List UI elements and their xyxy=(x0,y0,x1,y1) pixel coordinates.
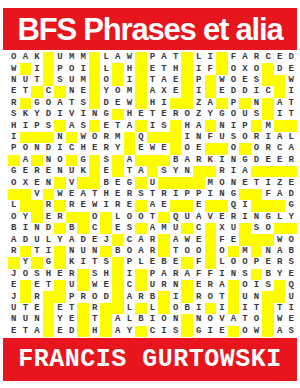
letter-cell: P xyxy=(193,189,205,200)
highlight-cell xyxy=(124,132,136,143)
letter-cell: Z xyxy=(193,109,205,120)
letter-cell: F xyxy=(228,52,240,63)
letter-cell: N xyxy=(31,143,43,154)
highlight-cell xyxy=(54,177,66,188)
highlight-cell xyxy=(205,75,217,86)
highlight-cell xyxy=(274,75,286,86)
letter-cell: T xyxy=(147,212,159,223)
letter-cell: E xyxy=(147,63,159,74)
highlight-cell xyxy=(66,132,78,143)
highlight-cell xyxy=(100,314,112,325)
highlight-cell xyxy=(43,63,55,74)
letter-cell: Z xyxy=(193,98,205,109)
highlight-cell xyxy=(124,143,136,154)
highlight-cell xyxy=(89,52,101,63)
letter-cell: S xyxy=(251,75,263,86)
letter-cell: L xyxy=(124,314,136,325)
letter-cell: J xyxy=(8,269,20,280)
letter-cell: I xyxy=(205,52,217,63)
letter-cell: A xyxy=(20,155,32,166)
letter-cell: I xyxy=(239,200,251,211)
letter-cell: M xyxy=(239,246,251,257)
letter-cell: T xyxy=(239,314,251,325)
letter-cell: I xyxy=(181,132,193,143)
letter-cell: N xyxy=(170,314,182,325)
letter-cell: O xyxy=(262,223,274,234)
letter-cell: G xyxy=(239,155,251,166)
letter-cell: G xyxy=(228,189,240,200)
letter-cell: S xyxy=(285,326,297,337)
highlight-cell xyxy=(262,98,274,109)
highlight-cell xyxy=(170,120,182,131)
highlight-cell xyxy=(216,63,228,74)
letter-cell: G xyxy=(124,177,136,188)
letter-cell: N xyxy=(216,189,228,200)
letter-cell: D xyxy=(239,86,251,97)
highlight-cell xyxy=(54,86,66,97)
letter-cell: E xyxy=(20,166,32,177)
letter-cell: I xyxy=(193,86,205,97)
highlight-cell xyxy=(147,132,159,143)
highlight-cell xyxy=(112,63,124,74)
letter-cell: E xyxy=(77,86,89,97)
letter-cell: A xyxy=(158,269,170,280)
highlight-cell xyxy=(20,132,32,143)
letter-cell: W xyxy=(274,314,286,325)
highlight-cell xyxy=(135,280,147,291)
letter-cell: N xyxy=(8,75,20,86)
letter-cell: I xyxy=(262,177,274,188)
letter-cell: B xyxy=(262,269,274,280)
highlight-cell xyxy=(135,155,147,166)
letter-cell: N xyxy=(54,166,66,177)
highlight-cell xyxy=(262,75,274,86)
highlight-cell xyxy=(112,155,124,166)
letter-cell: U xyxy=(20,314,32,325)
highlight-cell xyxy=(228,246,240,257)
letter-cell: C xyxy=(274,143,286,154)
highlight-cell xyxy=(262,303,274,314)
letter-cell: C xyxy=(124,234,136,245)
letter-cell: O xyxy=(170,303,182,314)
letter-cell: W xyxy=(54,189,66,200)
letter-cell: S xyxy=(228,132,240,143)
highlight-cell xyxy=(135,120,147,131)
letter-cell: T xyxy=(274,303,286,314)
letter-cell: R xyxy=(193,291,205,302)
letter-cell: B xyxy=(285,246,297,257)
letter-cell: Q xyxy=(228,200,240,211)
letter-cell: I xyxy=(216,303,228,314)
letter-cell: E xyxy=(158,143,170,154)
letter-cell: P xyxy=(124,257,136,268)
letter-cell: T xyxy=(112,120,124,131)
letter-cell: A xyxy=(170,234,182,245)
highlight-cell xyxy=(43,75,55,86)
letter-cell: G xyxy=(285,200,297,211)
letter-cell: U xyxy=(228,223,240,234)
letter-cell: E xyxy=(216,326,228,337)
letter-cell: W xyxy=(89,280,101,291)
highlight-cell xyxy=(43,314,55,325)
highlight-cell xyxy=(100,246,112,257)
highlight-cell xyxy=(31,155,43,166)
letter-cell: I xyxy=(251,86,263,97)
letter-cell: U xyxy=(66,75,78,86)
highlight-cell xyxy=(285,166,297,177)
letter-cell: H xyxy=(8,120,20,131)
letter-cell: O xyxy=(181,109,193,120)
highlight-cell xyxy=(43,291,55,302)
letter-cell: D xyxy=(66,326,78,337)
letter-cell: S xyxy=(158,120,170,131)
highlight-cell xyxy=(181,280,193,291)
letter-cell: V xyxy=(205,212,217,223)
highlight-cell xyxy=(89,98,101,109)
letter-cell: I xyxy=(228,120,240,131)
letter-cell: E xyxy=(135,109,147,120)
letter-cell: O xyxy=(205,291,217,302)
author-banner: FRANCIS GURTOWSKI xyxy=(3,338,297,381)
letter-cell: I xyxy=(216,155,228,166)
letter-cell: A xyxy=(274,326,286,337)
letter-cell: N xyxy=(66,246,78,257)
letter-cell: B xyxy=(100,177,112,188)
letter-cell: L xyxy=(100,63,112,74)
letter-cell: W xyxy=(8,63,20,74)
letter-cell: I xyxy=(54,143,66,154)
highlight-cell xyxy=(135,52,147,63)
highlight-cell xyxy=(89,120,101,131)
letter-cell: H xyxy=(170,63,182,74)
letter-cell: T xyxy=(251,303,263,314)
letter-cell: O xyxy=(124,246,136,257)
highlight-cell xyxy=(228,303,240,314)
letter-cell: N xyxy=(31,314,43,325)
highlight-cell xyxy=(43,189,55,200)
highlight-cell xyxy=(112,280,124,291)
letter-cell: C xyxy=(43,86,55,97)
letter-cell: S xyxy=(77,120,89,131)
highlight-cell xyxy=(8,257,20,268)
letter-cell: S xyxy=(8,109,20,120)
letter-cell: E xyxy=(274,155,286,166)
highlight-cell xyxy=(262,291,274,302)
letter-cell: T xyxy=(170,52,182,63)
letter-cell: T xyxy=(285,109,297,120)
letter-cell: U xyxy=(181,212,193,223)
letter-cell: H xyxy=(124,63,136,74)
highlight-cell xyxy=(181,257,193,268)
letter-cell: E xyxy=(43,212,55,223)
letter-cell: E xyxy=(112,177,124,188)
letter-cell: A xyxy=(124,120,136,131)
highlight-cell xyxy=(228,326,240,337)
letter-cell: U xyxy=(66,280,78,291)
highlight-cell xyxy=(239,98,251,109)
letter-cell: T xyxy=(147,109,159,120)
letter-cell: U xyxy=(20,75,32,86)
letter-cell: F xyxy=(193,257,205,268)
letter-cell: O xyxy=(135,212,147,223)
highlight-cell xyxy=(43,326,55,337)
letter-cell: O xyxy=(8,52,20,63)
letter-cell: R xyxy=(216,166,228,177)
highlight-cell xyxy=(158,177,170,188)
letter-cell: O xyxy=(251,314,263,325)
letter-cell: R xyxy=(251,132,263,143)
letter-cell: T xyxy=(31,75,43,86)
letter-cell: R xyxy=(262,143,274,154)
letter-cell: H xyxy=(77,143,89,154)
highlight-cell xyxy=(8,189,20,200)
letter-cell: T xyxy=(20,86,32,97)
highlight-cell xyxy=(20,189,32,200)
letter-cell: A xyxy=(274,246,286,257)
letter-cell: T xyxy=(31,246,43,257)
highlight-cell xyxy=(205,120,217,131)
letter-cell: I xyxy=(285,86,297,97)
highlight-cell xyxy=(181,223,193,234)
letter-cell: A xyxy=(239,52,251,63)
letter-cell: L xyxy=(285,132,297,143)
title-banner: BFS Phrases et alia xyxy=(3,8,297,50)
letter-cell: O xyxy=(228,143,240,154)
letter-cell: O xyxy=(66,63,78,74)
letter-cell: M xyxy=(112,132,124,143)
letter-cell: W xyxy=(251,326,263,337)
highlight-cell xyxy=(135,326,147,337)
highlight-cell xyxy=(205,223,217,234)
letter-cell: O xyxy=(239,132,251,143)
highlight-cell xyxy=(216,200,228,211)
letter-cell: C xyxy=(66,143,78,154)
highlight-cell xyxy=(31,86,43,97)
letter-cell: D xyxy=(100,291,112,302)
highlight-cell xyxy=(170,177,182,188)
highlight-cell xyxy=(147,166,159,177)
letter-cell: S xyxy=(239,269,251,280)
letter-cell: T xyxy=(158,63,170,74)
letter-cell: W xyxy=(274,234,286,245)
letter-cell: N xyxy=(43,177,55,188)
letter-cell: T xyxy=(147,75,159,86)
letter-cell: B xyxy=(8,223,20,234)
highlight-cell xyxy=(89,86,101,97)
highlight-cell xyxy=(100,303,112,314)
letter-cell: I xyxy=(100,200,112,211)
letter-cell: L xyxy=(100,52,112,63)
letter-cell: R xyxy=(31,291,43,302)
letter-cell: A xyxy=(135,246,147,257)
highlight-cell xyxy=(89,63,101,74)
letter-cell: A xyxy=(8,234,20,245)
author-name: FRANCIS GURTOWSKI xyxy=(18,347,282,372)
letter-cell: D xyxy=(274,63,286,74)
highlight-cell xyxy=(112,234,124,245)
letter-cell: K xyxy=(20,109,32,120)
letter-cell: A xyxy=(54,98,66,109)
letter-cell: E xyxy=(285,177,297,188)
letter-cell: R xyxy=(77,291,89,302)
highlight-cell xyxy=(205,257,217,268)
highlight-cell xyxy=(158,303,170,314)
letter-cell: L xyxy=(147,303,159,314)
letter-cell: F xyxy=(262,189,274,200)
letter-cell: O xyxy=(239,326,251,337)
highlight-cell xyxy=(205,143,217,154)
letter-cell: A xyxy=(181,269,193,280)
letter-cell: E xyxy=(77,200,89,211)
highlight-cell xyxy=(8,155,20,166)
letter-cell: E xyxy=(285,63,297,74)
letter-cell: D xyxy=(43,109,55,120)
highlight-cell xyxy=(274,280,286,291)
letter-cell: R xyxy=(285,155,297,166)
letter-cell: E xyxy=(8,280,20,291)
letter-cell: N xyxy=(43,155,55,166)
letter-cell: I xyxy=(8,132,20,143)
highlight-cell xyxy=(31,200,43,211)
letter-cell: A xyxy=(135,166,147,177)
letter-cell: E xyxy=(54,269,66,280)
letter-cell: A xyxy=(239,166,251,177)
highlight-cell xyxy=(147,155,159,166)
letter-cell: P xyxy=(54,63,66,74)
highlight-cell xyxy=(251,234,263,245)
highlight-cell xyxy=(54,246,66,257)
letter-cell: N xyxy=(251,212,263,223)
letter-cell: R xyxy=(124,189,136,200)
letter-cell: A xyxy=(20,52,32,63)
highlight-cell xyxy=(158,155,170,166)
letter-cell: Z xyxy=(274,177,286,188)
letter-cell: E xyxy=(239,75,251,86)
letter-cell: A xyxy=(193,212,205,223)
letter-cell: V xyxy=(66,177,78,188)
letter-cell: I xyxy=(20,223,32,234)
letter-cell: E xyxy=(158,200,170,211)
highlight-cell xyxy=(205,200,217,211)
letter-cell: E xyxy=(170,257,182,268)
letter-cell: T xyxy=(20,303,32,314)
letter-cell: U xyxy=(285,291,297,302)
letter-cell: E xyxy=(100,280,112,291)
highlight-cell xyxy=(205,303,217,314)
letter-cell: R xyxy=(158,189,170,200)
letter-cell: S xyxy=(285,257,297,268)
letter-cell: B xyxy=(158,257,170,268)
letter-cell: E xyxy=(31,303,43,314)
letter-cell: Q xyxy=(170,212,182,223)
letter-cell: T xyxy=(43,280,55,291)
letter-cell: I xyxy=(124,269,136,280)
letter-cell: D xyxy=(251,155,263,166)
highlight-cell xyxy=(181,52,193,63)
highlight-cell xyxy=(135,63,147,74)
highlight-cell xyxy=(89,155,101,166)
letter-cell: O xyxy=(43,98,55,109)
highlight-cell xyxy=(239,189,251,200)
letter-cell: T xyxy=(66,98,78,109)
letter-cell: R xyxy=(66,269,78,280)
letter-cell: O xyxy=(251,143,263,154)
letter-cell: O xyxy=(228,63,240,74)
highlight-cell xyxy=(77,212,89,223)
letter-cell: A xyxy=(77,189,89,200)
letter-cell: R xyxy=(31,166,43,177)
letter-cell: T xyxy=(251,177,263,188)
letter-cell: A xyxy=(205,98,217,109)
letter-cell: A xyxy=(274,132,286,143)
letter-cell: U xyxy=(147,280,159,291)
letter-cell: O xyxy=(89,132,101,143)
highlight-cell xyxy=(54,223,66,234)
letter-cell: U xyxy=(239,291,251,302)
letter-cell: Y xyxy=(31,109,43,120)
letter-cell: M xyxy=(77,52,89,63)
letter-cell: I xyxy=(158,98,170,109)
letter-cell: O xyxy=(181,246,193,257)
letter-cell: H xyxy=(147,98,159,109)
letter-cell: L xyxy=(135,257,147,268)
letter-cell: A xyxy=(66,120,78,131)
letter-cell: E xyxy=(66,189,78,200)
highlight-cell xyxy=(158,234,170,245)
letter-cell: C xyxy=(124,280,136,291)
letter-cell: A xyxy=(135,234,147,245)
highlight-cell xyxy=(170,98,182,109)
letter-cell: O xyxy=(89,212,101,223)
letter-cell: E xyxy=(31,280,43,291)
letter-cell: U xyxy=(147,177,159,188)
letter-cell: H xyxy=(89,326,101,337)
letter-cell: P xyxy=(228,98,240,109)
letter-cell: R xyxy=(8,98,20,109)
letter-cell: I xyxy=(216,269,228,280)
letter-cell: N xyxy=(193,314,205,325)
highlight-cell xyxy=(54,200,66,211)
letter-cell: B xyxy=(135,314,147,325)
highlight-cell xyxy=(216,98,228,109)
letter-cell: I xyxy=(147,314,159,325)
letter-cell: N xyxy=(216,120,228,131)
letter-cell: M xyxy=(77,75,89,86)
highlight-cell xyxy=(135,200,147,211)
letter-cell: B xyxy=(181,303,193,314)
highlight-cell xyxy=(31,257,43,268)
letter-cell: P xyxy=(251,257,263,268)
highlight-cell xyxy=(251,120,263,131)
letter-cell: D xyxy=(20,234,32,245)
highlight-cell xyxy=(158,246,170,257)
highlight-cell xyxy=(251,166,263,177)
letter-cell: C xyxy=(147,326,159,337)
letter-cell: Y xyxy=(112,143,124,154)
highlight-cell xyxy=(205,86,217,97)
letter-cell: I xyxy=(158,326,170,337)
highlight-cell xyxy=(112,109,124,120)
letter-cell: E xyxy=(112,223,124,234)
letter-cell: O xyxy=(239,280,251,291)
letter-cell: O xyxy=(216,246,228,257)
letter-cell: O xyxy=(8,212,20,223)
letter-cell: T xyxy=(285,98,297,109)
highlight-cell xyxy=(20,63,32,74)
letter-cell: E xyxy=(193,143,205,154)
letter-cell: P xyxy=(147,52,159,63)
letter-cell: Q xyxy=(285,280,297,291)
